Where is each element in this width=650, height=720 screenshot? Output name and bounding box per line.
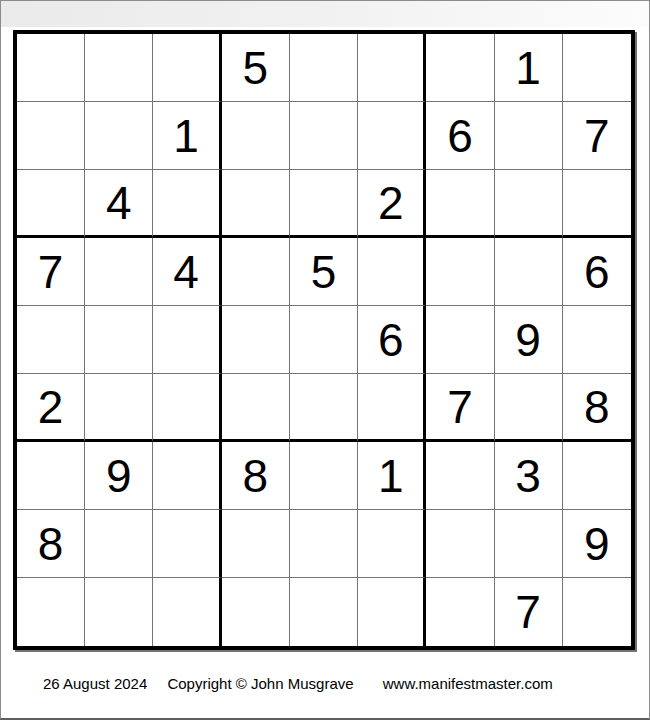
- cell-r4c9[interactable]: 6: [563, 238, 631, 306]
- cell-r4c3[interactable]: 4: [153, 238, 221, 306]
- cell-r5c4[interactable]: [222, 306, 290, 374]
- cell-r4c7[interactable]: [426, 238, 494, 306]
- cell-r6c5[interactable]: [290, 374, 358, 442]
- cell-r8c8[interactable]: [495, 510, 563, 578]
- cell-r6c3[interactable]: [153, 374, 221, 442]
- cell-r5c9[interactable]: [563, 306, 631, 374]
- cell-r5c1[interactable]: [17, 306, 85, 374]
- cell-r5c7[interactable]: [426, 306, 494, 374]
- cell-r7c2[interactable]: 9: [85, 442, 153, 510]
- cell-r3c7[interactable]: [426, 170, 494, 238]
- cell-r5c8[interactable]: 9: [495, 306, 563, 374]
- cell-r2c1[interactable]: [17, 102, 85, 170]
- cell-r7c1[interactable]: [17, 442, 85, 510]
- cell-r8c2[interactable]: [85, 510, 153, 578]
- cell-r7c4[interactable]: 8: [222, 442, 290, 510]
- cell-r3c6[interactable]: 2: [358, 170, 426, 238]
- cell-r6c1[interactable]: 2: [17, 374, 85, 442]
- cell-r4c4[interactable]: [222, 238, 290, 306]
- cell-r3c9[interactable]: [563, 170, 631, 238]
- page: 51167427456692789813897 26 August 2024 C…: [0, 0, 650, 720]
- cell-r9c8[interactable]: 7: [495, 578, 563, 646]
- cell-r2c6[interactable]: [358, 102, 426, 170]
- cell-r6c8[interactable]: [495, 374, 563, 442]
- cell-r7c5[interactable]: [290, 442, 358, 510]
- cell-r4c1[interactable]: 7: [17, 238, 85, 306]
- cell-r8c5[interactable]: [290, 510, 358, 578]
- cell-r6c2[interactable]: [85, 374, 153, 442]
- cell-r1c9[interactable]: [563, 34, 631, 102]
- sudoku-board: 51167427456692789813897: [13, 30, 635, 650]
- cell-r1c3[interactable]: [153, 34, 221, 102]
- cell-r2c7[interactable]: 6: [426, 102, 494, 170]
- cell-r6c9[interactable]: 8: [563, 374, 631, 442]
- footer: 26 August 2024 Copyright © John Musgrave…: [43, 675, 553, 692]
- cell-r5c6[interactable]: 6: [358, 306, 426, 374]
- cell-r9c3[interactable]: [153, 578, 221, 646]
- cell-r6c4[interactable]: [222, 374, 290, 442]
- cell-r6c7[interactable]: 7: [426, 374, 494, 442]
- cell-r2c3[interactable]: 1: [153, 102, 221, 170]
- cell-r9c9[interactable]: [563, 578, 631, 646]
- window-chrome-band: [1, 1, 649, 27]
- cell-r1c7[interactable]: [426, 34, 494, 102]
- cell-r1c8[interactable]: 1: [495, 34, 563, 102]
- cell-r3c2[interactable]: 4: [85, 170, 153, 238]
- cell-r9c6[interactable]: [358, 578, 426, 646]
- footer-copyright: Copyright © John Musgrave: [167, 675, 353, 692]
- cell-r7c3[interactable]: [153, 442, 221, 510]
- cell-r2c5[interactable]: [290, 102, 358, 170]
- cell-r8c6[interactable]: [358, 510, 426, 578]
- cell-r1c5[interactable]: [290, 34, 358, 102]
- footer-website: www.manifestmaster.com: [383, 675, 553, 692]
- cell-r5c3[interactable]: [153, 306, 221, 374]
- cell-r2c9[interactable]: 7: [563, 102, 631, 170]
- cell-r3c5[interactable]: [290, 170, 358, 238]
- footer-date: 26 August 2024: [43, 675, 147, 692]
- cell-r8c7[interactable]: [426, 510, 494, 578]
- cell-r7c9[interactable]: [563, 442, 631, 510]
- cell-r4c6[interactable]: [358, 238, 426, 306]
- cell-r3c1[interactable]: [17, 170, 85, 238]
- cell-r2c8[interactable]: [495, 102, 563, 170]
- cell-r7c8[interactable]: 3: [495, 442, 563, 510]
- cell-r8c1[interactable]: 8: [17, 510, 85, 578]
- cell-r3c8[interactable]: [495, 170, 563, 238]
- cell-r3c4[interactable]: [222, 170, 290, 238]
- cell-r8c9[interactable]: 9: [563, 510, 631, 578]
- cell-r3c3[interactable]: [153, 170, 221, 238]
- cell-r1c4[interactable]: 5: [222, 34, 290, 102]
- cell-r5c5[interactable]: [290, 306, 358, 374]
- cell-r7c6[interactable]: 1: [358, 442, 426, 510]
- cell-r9c4[interactable]: [222, 578, 290, 646]
- cell-r4c2[interactable]: [85, 238, 153, 306]
- cell-r8c4[interactable]: [222, 510, 290, 578]
- cell-r2c4[interactable]: [222, 102, 290, 170]
- cell-r6c6[interactable]: [358, 374, 426, 442]
- cell-r4c8[interactable]: [495, 238, 563, 306]
- cell-r5c2[interactable]: [85, 306, 153, 374]
- cell-r7c7[interactable]: [426, 442, 494, 510]
- cell-r9c2[interactable]: [85, 578, 153, 646]
- cell-r1c2[interactable]: [85, 34, 153, 102]
- cell-r1c6[interactable]: [358, 34, 426, 102]
- cell-r8c3[interactable]: [153, 510, 221, 578]
- cell-r9c1[interactable]: [17, 578, 85, 646]
- cell-r9c5[interactable]: [290, 578, 358, 646]
- cell-r4c5[interactable]: 5: [290, 238, 358, 306]
- cell-r9c7[interactable]: [426, 578, 494, 646]
- cell-r2c2[interactable]: [85, 102, 153, 170]
- cell-r1c1[interactable]: [17, 34, 85, 102]
